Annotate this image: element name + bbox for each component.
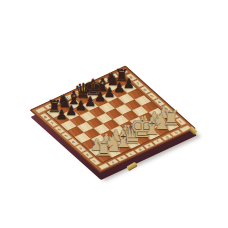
coordinate-cell: d xyxy=(134,146,145,153)
chess-board: abcdefgh abcdefgh 87654321 87654321 xyxy=(30,66,196,173)
coordinate-cell: a xyxy=(107,159,118,166)
coordinate-cell: g xyxy=(161,134,172,141)
coordinate-cell xyxy=(98,163,109,170)
coordinate-cell: b xyxy=(116,155,127,162)
coordinate-cell: e xyxy=(143,142,154,149)
coordinate-cell: c xyxy=(125,150,136,157)
product-photo: abcdefgh abcdefgh 87654321 87654321 ♜♞♝♛… xyxy=(0,0,228,228)
coordinate-cell: h xyxy=(170,129,181,136)
coordinate-cell: f xyxy=(152,138,163,145)
